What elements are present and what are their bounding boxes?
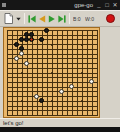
- maximize-button[interactable]: □: [104, 0, 110, 10]
- go-last-move-button[interactable]: [57, 15, 67, 23]
- black-stone-last-move: [29, 37, 34, 42]
- white-stone: [14, 56, 19, 61]
- go-back-icon: [38, 15, 46, 23]
- grid-line-horizontal: [7, 87, 98, 88]
- hoshi-point: [51, 72, 53, 74]
- new-game-button[interactable]: [3, 13, 14, 24]
- window-bottom-edge: [0, 127, 120, 132]
- grid-line-horizontal: [7, 96, 98, 97]
- white-stone: [19, 51, 24, 56]
- white-captures-label: W:0: [85, 15, 94, 22]
- chevron-down-icon: [16, 17, 21, 21]
- grid-line-vertical: [67, 30, 68, 116]
- black-stone: [39, 98, 44, 103]
- new-document-icon: [4, 13, 13, 24]
- white-stone: [69, 84, 74, 89]
- black-captures-label: B:0: [73, 15, 81, 22]
- redo-move-button[interactable]: [47, 15, 57, 23]
- go-board[interactable]: [3, 27, 100, 118]
- grid-line-vertical: [62, 30, 63, 116]
- window-menu-icon[interactable]: [2, 3, 6, 7]
- grid-line-horizontal: [7, 91, 98, 92]
- black-stone: [44, 28, 49, 33]
- grid-line-horizontal: [7, 115, 98, 116]
- white-stone: [34, 94, 39, 99]
- go-last-icon: [58, 15, 66, 23]
- close-button[interactable]: ✕: [112, 0, 118, 10]
- toolbar-separator: [69, 13, 70, 24]
- hoshi-point: [51, 44, 53, 46]
- minimize-button[interactable]: _: [96, 0, 102, 10]
- go-forward-icon: [48, 15, 56, 23]
- go-first-move-button[interactable]: [27, 15, 37, 23]
- gpe-go-window: gpe-go _ □ ✕: [0, 0, 120, 132]
- grid-line-vertical: [92, 30, 93, 116]
- white-stone: [59, 89, 64, 94]
- window-controls: _ □ ✕: [96, 0, 118, 10]
- grid-line-horizontal: [7, 82, 98, 83]
- grid-line-horizontal: [7, 110, 98, 111]
- hoshi-point: [21, 72, 23, 74]
- toolbar: B:0 W:0: [0, 10, 120, 27]
- go-first-icon: [28, 15, 36, 23]
- black-stone: [14, 42, 19, 47]
- white-stone: [89, 79, 94, 84]
- grid-line-vertical: [57, 30, 58, 116]
- titlebar[interactable]: gpe-go _ □ ✕: [0, 0, 120, 10]
- grid-line-vertical: [72, 30, 73, 116]
- white-stone: [24, 61, 29, 66]
- grid-line-horizontal: [7, 77, 98, 78]
- status-bar: let's go!: [0, 118, 120, 127]
- grid-line-vertical: [87, 30, 88, 116]
- hoshi-point: [81, 44, 83, 46]
- black-stone: [39, 37, 44, 42]
- hoshi-point: [81, 72, 83, 74]
- grid-line-horizontal: [7, 106, 98, 107]
- window-title: gpe-go: [74, 0, 93, 10]
- undo-move-button[interactable]: [37, 15, 47, 23]
- toolbar-separator: [24, 13, 25, 24]
- hoshi-point: [21, 44, 23, 46]
- turn-indicator: [106, 14, 115, 23]
- capture-counts: B:0 W:0: [73, 15, 96, 23]
- grid-line-vertical: [97, 30, 98, 116]
- new-game-dropdown-button[interactable]: [15, 17, 22, 21]
- grid-line-vertical: [77, 30, 78, 116]
